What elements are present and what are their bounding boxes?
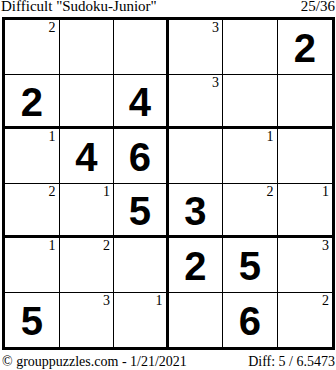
pencil-mark: 1 xyxy=(49,239,56,253)
cell-r2c6[interactable] xyxy=(278,75,333,130)
cell-r5c2[interactable]: 2 xyxy=(60,238,115,293)
given-digit: 6 xyxy=(239,298,261,341)
cell-r3c6[interactable] xyxy=(278,129,333,184)
cell-r2c5[interactable] xyxy=(223,75,278,130)
pencil-mark: 1 xyxy=(103,185,110,199)
pencil-mark: 3 xyxy=(212,21,219,35)
cell-r2c1: 2 xyxy=(5,75,60,130)
cell-r3c2: 4 xyxy=(60,129,115,184)
cell-r6c4[interactable] xyxy=(169,293,224,348)
cell-r5c5: 5 xyxy=(223,238,278,293)
cell-r3c4[interactable] xyxy=(169,129,224,184)
pencil-mark: 2 xyxy=(267,185,274,199)
pencil-mark: 3 xyxy=(212,76,219,90)
cell-r5c3[interactable] xyxy=(114,238,169,293)
given-digit: 3 xyxy=(184,188,206,231)
cell-r6c6[interactable]: 2 xyxy=(278,293,333,348)
given-digit: 4 xyxy=(129,79,151,122)
pencil-mark: 1 xyxy=(156,294,163,308)
cell-r1c4[interactable]: 3 xyxy=(169,20,224,75)
cell-r4c6[interactable]: 1 xyxy=(278,184,333,239)
cell-r4c5[interactable]: 2 xyxy=(223,184,278,239)
header: Difficult "Sudoku-Junior" 25/36 xyxy=(1,0,335,14)
cell-r2c2[interactable] xyxy=(60,75,115,130)
copyright-text: © grouppuzzles.com - 1/21/2021 xyxy=(2,354,187,369)
cell-r3c5[interactable]: 1 xyxy=(223,129,278,184)
given-digit: 2 xyxy=(184,243,206,286)
cell-r3c3: 6 xyxy=(114,129,169,184)
cell-counter: 25/36 xyxy=(301,0,335,13)
cell-r1c2[interactable] xyxy=(60,20,115,75)
cell-r5c4: 2 xyxy=(169,238,224,293)
cell-r1c1[interactable]: 2 xyxy=(5,20,60,75)
cell-r4c1[interactable]: 2 xyxy=(5,184,60,239)
cell-r2c4[interactable]: 3 xyxy=(169,75,224,130)
cell-r4c4: 3 xyxy=(169,184,224,239)
given-digit: 2 xyxy=(294,25,316,68)
given-digit: 2 xyxy=(21,79,43,122)
cell-r3c1[interactable]: 1 xyxy=(5,129,60,184)
cell-r1c5[interactable] xyxy=(223,20,278,75)
pencil-mark: 2 xyxy=(49,185,56,199)
given-digit: 6 xyxy=(129,134,151,177)
cell-r6c1: 5 xyxy=(5,293,60,348)
pencil-mark: 2 xyxy=(49,21,56,35)
given-digit: 5 xyxy=(239,243,261,286)
pencil-mark: 1 xyxy=(49,130,56,144)
sudoku-board: 23224314612153211225353162 xyxy=(2,17,335,350)
footer: © grouppuzzles.com - 1/21/2021 Diff: 5 /… xyxy=(2,353,335,369)
puzzle-title: Difficult "Sudoku-Junior" xyxy=(1,0,157,13)
cell-r5c1[interactable]: 1 xyxy=(5,238,60,293)
pencil-mark: 1 xyxy=(267,130,274,144)
pencil-mark: 2 xyxy=(103,239,110,253)
given-digit: 5 xyxy=(129,188,151,231)
pencil-mark: 3 xyxy=(322,239,329,253)
cell-r1c3[interactable] xyxy=(114,20,169,75)
pencil-mark: 3 xyxy=(103,294,110,308)
cell-r2c3: 4 xyxy=(114,75,169,130)
pencil-mark: 1 xyxy=(322,185,329,199)
cell-r5c6[interactable]: 3 xyxy=(278,238,333,293)
cell-r6c5: 6 xyxy=(223,293,278,348)
given-digit: 4 xyxy=(75,134,97,177)
cell-r4c3: 5 xyxy=(114,184,169,239)
difficulty-text: Diff: 5 / 6.5473 xyxy=(248,354,335,369)
pencil-mark: 2 xyxy=(322,294,329,308)
cell-r6c2[interactable]: 3 xyxy=(60,293,115,348)
cell-r1c6: 2 xyxy=(278,20,333,75)
cell-r6c3[interactable]: 1 xyxy=(114,293,169,348)
cell-r4c2[interactable]: 1 xyxy=(60,184,115,239)
given-digit: 5 xyxy=(21,298,43,341)
